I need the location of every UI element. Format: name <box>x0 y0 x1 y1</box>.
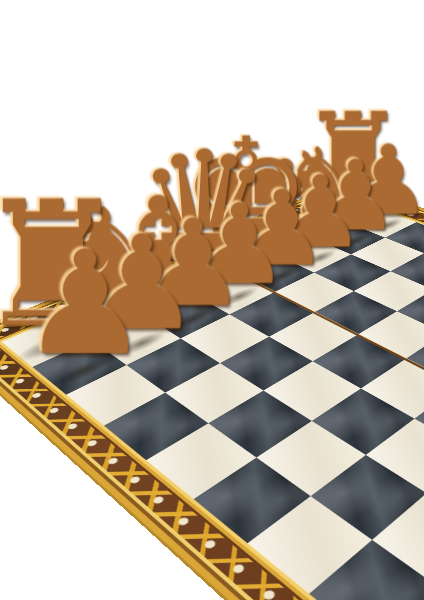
chessboard: ♜♞♝♛♚♝♞♜♟♟♟♟♟♟♟♟ <box>0 181 424 600</box>
pieces-layer: ♜♞♝♛♚♝♞♜♟♟♟♟♟♟♟♟ <box>0 183 424 600</box>
product-photo-scene: ♜♞♝♛♚♝♞♜♟♟♟♟♟♟♟♟ <box>0 0 424 600</box>
piece-copper-pawn-a7[interactable]: ♟ <box>21 238 150 370</box>
